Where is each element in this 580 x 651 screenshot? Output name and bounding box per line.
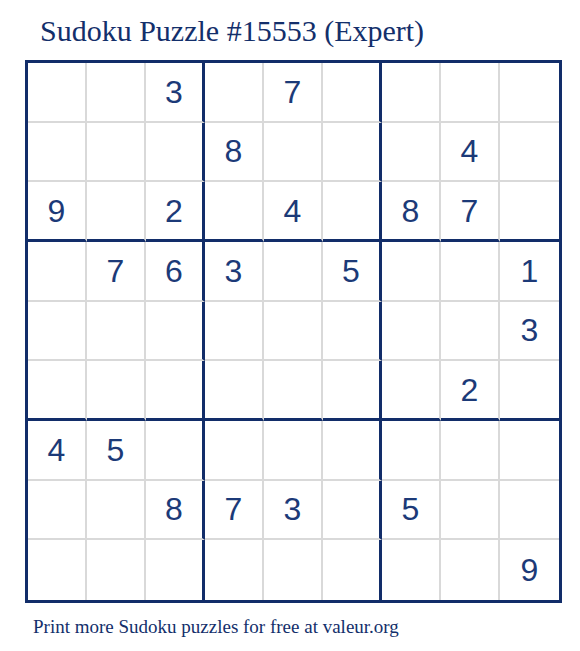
- cell-r4c9-given: 1: [500, 242, 559, 302]
- cell-r2c1-empty[interactable]: [28, 123, 87, 183]
- cell-r9c8-empty[interactable]: [441, 540, 500, 600]
- cell-r3c5-given: 4: [264, 182, 323, 242]
- cell-r6c3-empty[interactable]: [146, 361, 205, 421]
- cell-r4c7-empty[interactable]: [382, 242, 441, 302]
- cell-r9c3-empty[interactable]: [146, 540, 205, 600]
- cell-r8c9-empty[interactable]: [500, 481, 559, 541]
- cell-r7c6-empty[interactable]: [323, 421, 382, 481]
- cell-r4c5-empty[interactable]: [264, 242, 323, 302]
- cell-r8c1-empty[interactable]: [28, 481, 87, 541]
- cell-r6c1-empty[interactable]: [28, 361, 87, 421]
- cell-r8c7-given: 5: [382, 481, 441, 541]
- cell-r3c1-given: 9: [28, 182, 87, 242]
- cell-r9c5-empty[interactable]: [264, 540, 323, 600]
- sudoku-sheet: Sudoku Puzzle #15553 (Expert) 3784924877…: [0, 0, 580, 651]
- cell-r2c6-empty[interactable]: [323, 123, 382, 183]
- cell-r8c2-empty[interactable]: [87, 481, 146, 541]
- cell-r4c4-given: 3: [205, 242, 264, 302]
- cell-r6c8-given: 2: [441, 361, 500, 421]
- cell-r5c5-empty[interactable]: [264, 302, 323, 362]
- cell-r1c9-empty[interactable]: [500, 63, 559, 123]
- cell-r4c1-empty[interactable]: [28, 242, 87, 302]
- puzzle-title: Sudoku Puzzle #15553 (Expert): [40, 14, 424, 48]
- cell-r1c8-empty[interactable]: [441, 63, 500, 123]
- cell-r5c2-empty[interactable]: [87, 302, 146, 362]
- cell-r7c7-empty[interactable]: [382, 421, 441, 481]
- cell-r3c9-empty[interactable]: [500, 182, 559, 242]
- cell-r1c1-empty[interactable]: [28, 63, 87, 123]
- cell-r7c4-empty[interactable]: [205, 421, 264, 481]
- cell-r3c3-given: 2: [146, 182, 205, 242]
- cell-r5c4-empty[interactable]: [205, 302, 264, 362]
- cell-r6c2-empty[interactable]: [87, 361, 146, 421]
- cell-r9c6-empty[interactable]: [323, 540, 382, 600]
- cell-r8c4-given: 7: [205, 481, 264, 541]
- cell-r4c6-given: 5: [323, 242, 382, 302]
- cell-r6c6-empty[interactable]: [323, 361, 382, 421]
- cell-r4c2-given: 7: [87, 242, 146, 302]
- cell-r9c9-given: 9: [500, 540, 559, 600]
- cell-r7c3-empty[interactable]: [146, 421, 205, 481]
- cell-r5c6-empty[interactable]: [323, 302, 382, 362]
- cell-r2c4-given: 8: [205, 123, 264, 183]
- cell-r6c5-empty[interactable]: [264, 361, 323, 421]
- cell-r4c8-empty[interactable]: [441, 242, 500, 302]
- cell-r3c8-given: 7: [441, 182, 500, 242]
- footer-credit: Print more Sudoku puzzles for free at va…: [33, 616, 399, 638]
- cell-r3c7-given: 8: [382, 182, 441, 242]
- cell-r2c9-empty[interactable]: [500, 123, 559, 183]
- cell-r9c1-empty[interactable]: [28, 540, 87, 600]
- cell-r7c2-given: 5: [87, 421, 146, 481]
- cell-r4c3-given: 6: [146, 242, 205, 302]
- cell-r5c3-empty[interactable]: [146, 302, 205, 362]
- cell-r8c8-empty[interactable]: [441, 481, 500, 541]
- cell-r1c7-empty[interactable]: [382, 63, 441, 123]
- cell-r2c2-empty[interactable]: [87, 123, 146, 183]
- cell-r1c3-given: 3: [146, 63, 205, 123]
- cell-r7c1-given: 4: [28, 421, 87, 481]
- cell-r1c5-given: 7: [264, 63, 323, 123]
- cell-r3c4-empty[interactable]: [205, 182, 264, 242]
- cell-r6c9-empty[interactable]: [500, 361, 559, 421]
- sudoku-board: 37849248776351324587359: [25, 60, 562, 603]
- cell-r3c2-empty[interactable]: [87, 182, 146, 242]
- cell-r8c3-given: 8: [146, 481, 205, 541]
- cell-r1c2-empty[interactable]: [87, 63, 146, 123]
- cell-r1c4-empty[interactable]: [205, 63, 264, 123]
- cell-r9c7-empty[interactable]: [382, 540, 441, 600]
- cell-r5c9-given: 3: [500, 302, 559, 362]
- cell-r5c1-empty[interactable]: [28, 302, 87, 362]
- cell-r9c4-empty[interactable]: [205, 540, 264, 600]
- cell-r5c7-empty[interactable]: [382, 302, 441, 362]
- cell-r7c9-empty[interactable]: [500, 421, 559, 481]
- cell-r2c8-given: 4: [441, 123, 500, 183]
- cell-r6c7-empty[interactable]: [382, 361, 441, 421]
- cell-r8c5-given: 3: [264, 481, 323, 541]
- cell-r2c5-empty[interactable]: [264, 123, 323, 183]
- cell-r1c6-empty[interactable]: [323, 63, 382, 123]
- cell-r8c6-empty[interactable]: [323, 481, 382, 541]
- cell-r6c4-empty[interactable]: [205, 361, 264, 421]
- cell-r2c3-empty[interactable]: [146, 123, 205, 183]
- cell-r7c8-empty[interactable]: [441, 421, 500, 481]
- cell-r3c6-empty[interactable]: [323, 182, 382, 242]
- cell-r7c5-empty[interactable]: [264, 421, 323, 481]
- cell-r9c2-empty[interactable]: [87, 540, 146, 600]
- cell-r2c7-empty[interactable]: [382, 123, 441, 183]
- cell-r5c8-empty[interactable]: [441, 302, 500, 362]
